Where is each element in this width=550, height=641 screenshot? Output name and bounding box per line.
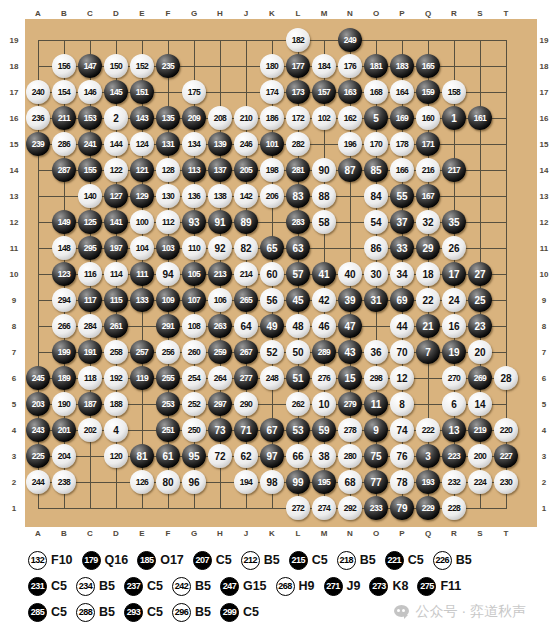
caption-move-point: O17 (160, 553, 184, 567)
caption-move-point: B5 (456, 553, 472, 567)
row-label-left: 1 (12, 504, 16, 513)
stone-black-281-L14: 281 (286, 158, 310, 182)
stone-black-125-C12: 125 (78, 210, 102, 234)
stone-black-105-G10: 105 (182, 262, 206, 286)
stone-white-94-F10: 94 (156, 262, 180, 286)
stone-white-228-R1: 228 (442, 496, 466, 520)
stone-white-252-G5: 252 (182, 392, 206, 416)
stone-white-86-O11: 86 (364, 236, 388, 260)
caption-move-point: C5 (216, 553, 232, 567)
stone-black-263-H8: 263 (208, 314, 232, 338)
stone-white-284-C8: 284 (78, 314, 102, 338)
caption-move-number: 275 (417, 577, 436, 596)
stone-white-74-P4: 74 (390, 418, 414, 442)
stone-black-59-M4: 59 (312, 418, 336, 442)
caption-move-number: 247 (220, 577, 239, 596)
col-label-bottom: M (321, 529, 328, 538)
stone-black-181-O18: 181 (364, 54, 388, 78)
stone-black-19-R7: 19 (442, 340, 466, 364)
stone-white-286-B15: 286 (52, 132, 76, 156)
stone-black-189-B6: 189 (52, 366, 76, 390)
caption-move-point: C5 (51, 579, 67, 593)
col-label-top: H (217, 9, 223, 18)
stone-white-58-M12: 58 (312, 210, 336, 234)
stone-black-169-P16: 169 (390, 106, 414, 130)
caption-entry: 234B5 (76, 577, 115, 596)
row-label-left: 13 (10, 192, 19, 201)
stone-black-47-N8: 47 (338, 314, 362, 338)
row-label-left: 15 (10, 140, 19, 149)
stone-black-227-T3: 227 (494, 444, 518, 468)
stone-black-69-P9: 69 (390, 288, 414, 312)
stone-white-88-M13: 88 (312, 184, 336, 208)
stone-black-75-O3: 75 (364, 444, 388, 468)
stone-white-176-N18: 176 (338, 54, 362, 78)
stone-white-136-G13: 136 (182, 184, 206, 208)
stone-black-121-E14: 121 (130, 158, 154, 182)
caption-entry: 231C5 (28, 577, 67, 596)
caption-entry: 296B5 (172, 603, 211, 622)
row-label-right: 4 (542, 426, 546, 435)
caption-move-number: 132 (28, 551, 47, 570)
caption-row-2: 231C5234B5237C5242B5247G15268H9271J9273K… (28, 573, 526, 599)
row-label-left: 14 (10, 166, 19, 175)
stone-white-168-O17: 168 (364, 80, 388, 104)
stone-black-165-Q18: 165 (416, 54, 440, 78)
stone-black-145-D17: 145 (104, 80, 128, 104)
row-label-left: 18 (10, 62, 19, 71)
stone-white-66-L3: 66 (286, 444, 310, 468)
caption-move-number: 212 (241, 551, 260, 570)
stone-white-126-E2: 126 (130, 470, 154, 494)
caption-move-number: 215 (289, 551, 308, 570)
stone-white-262-L5: 262 (286, 392, 310, 416)
caption-move-point: F10 (51, 553, 73, 567)
stone-black-177-L18: 177 (286, 54, 310, 78)
row-label-left: 8 (12, 322, 16, 331)
col-label-top: L (296, 9, 301, 18)
stone-white-96-G2: 96 (182, 470, 206, 494)
wechat-icon (394, 605, 410, 619)
stone-white-46-M8: 46 (312, 314, 336, 338)
stone-black-103-F11: 103 (156, 236, 180, 260)
stone-black-85-O14: 85 (364, 158, 388, 182)
col-label-bottom: P (399, 529, 404, 538)
col-label-bottom: F (166, 529, 171, 538)
stone-black-141-D12: 141 (104, 210, 128, 234)
stone-black-13-R4: 13 (442, 418, 466, 442)
stone-white-180-K18: 180 (260, 54, 284, 78)
stone-black-191-C7: 191 (78, 340, 102, 364)
stone-black-137-H14: 137 (208, 158, 232, 182)
row-label-right: 3 (542, 452, 546, 461)
stone-white-6-R5: 6 (442, 392, 466, 416)
stone-white-222-Q4: 222 (416, 418, 440, 442)
stone-white-172-L16: 172 (286, 106, 310, 130)
stone-white-90-M14: 90 (312, 158, 336, 182)
caption-move-point: C5 (51, 605, 67, 619)
stone-white-80-F2: 80 (156, 470, 180, 494)
stone-black-49-K8: 49 (260, 314, 284, 338)
stone-black-43-N7: 43 (338, 340, 362, 364)
stone-black-193-Q2: 193 (416, 470, 440, 494)
stone-white-124-E15: 124 (130, 132, 154, 156)
col-label-bottom: R (451, 529, 457, 538)
stone-black-201-B4: 201 (52, 418, 76, 442)
col-label-top: D (113, 9, 119, 18)
stone-black-65-K11: 65 (260, 236, 284, 260)
stone-black-243-A4: 243 (26, 418, 50, 442)
caption-entry: 268H9 (276, 577, 315, 596)
row-label-right: 14 (540, 166, 549, 175)
stone-black-31-O9: 31 (364, 288, 388, 312)
caption-move-number: 268 (276, 577, 295, 596)
stone-white-216-Q14: 216 (416, 158, 440, 182)
row-label-right: 12 (540, 218, 549, 227)
stone-white-156-B18: 156 (52, 54, 76, 78)
caption-move-point: B5 (99, 579, 115, 593)
stone-white-182-L19: 182 (286, 28, 310, 52)
stone-white-10-M5: 10 (312, 392, 336, 416)
caption-move-number: 296 (172, 603, 191, 622)
stone-white-120-D3: 120 (104, 444, 128, 468)
stone-white-280-N3: 280 (338, 444, 362, 468)
stone-black-199-B7: 199 (52, 340, 76, 364)
stone-black-257-E7: 257 (130, 340, 154, 364)
row-label-right: 7 (542, 348, 546, 357)
stone-white-36-O7: 36 (364, 340, 388, 364)
stone-black-279-N5: 279 (338, 392, 362, 416)
stone-black-133-E9: 133 (130, 288, 154, 312)
stone-white-298-O6: 298 (364, 366, 388, 390)
stone-white-140-C13: 140 (78, 184, 102, 208)
stone-white-34-P10: 34 (390, 262, 414, 286)
stone-black-39-N9: 39 (338, 288, 362, 312)
row-label-left: 7 (12, 348, 16, 357)
stone-white-76-P3: 76 (390, 444, 414, 468)
stone-white-148-B11: 148 (52, 236, 76, 260)
col-label-bottom: H (217, 529, 223, 538)
stone-black-129-E13: 129 (130, 184, 154, 208)
caption-move-number: 218 (337, 551, 356, 570)
stone-white-78-P2: 78 (390, 470, 414, 494)
stone-black-35-R12: 35 (442, 210, 466, 234)
stone-black-77-O2: 77 (364, 470, 388, 494)
stone-black-153-C16: 153 (78, 106, 102, 130)
col-label-top: P (399, 9, 404, 18)
stone-white-24-R9: 24 (442, 288, 466, 312)
col-label-bottom: K (269, 529, 275, 538)
caption-move-point: C5 (147, 605, 163, 619)
stone-black-253-F5: 253 (156, 392, 180, 416)
stone-white-152-E18: 152 (130, 54, 154, 78)
caption-entry: 285C5 (28, 603, 67, 622)
col-label-bottom: O (373, 529, 379, 538)
stone-black-225-A3: 225 (26, 444, 50, 468)
stone-black-155-C14: 155 (78, 158, 102, 182)
stone-black-223-R3: 223 (442, 444, 466, 468)
stone-black-115-D9: 115 (104, 288, 128, 312)
row-label-left: 11 (10, 244, 18, 253)
stone-black-25-S9: 25 (468, 288, 492, 312)
stone-black-297-H5: 297 (208, 392, 232, 416)
stone-black-149-B12: 149 (52, 210, 76, 234)
stone-white-244-A2: 244 (26, 470, 50, 494)
row-label-left: 3 (12, 452, 16, 461)
row-label-right: 9 (542, 296, 546, 305)
stone-black-93-G12: 93 (182, 210, 206, 234)
stone-white-266-B8: 266 (52, 314, 76, 338)
stone-white-154-B17: 154 (52, 80, 76, 104)
row-label-right: 15 (540, 140, 549, 149)
stone-white-270-R6: 270 (442, 366, 466, 390)
stone-white-194-J2: 194 (234, 470, 258, 494)
stone-black-63-L11: 63 (286, 236, 310, 260)
stone-white-204-B3: 204 (52, 444, 76, 468)
stone-black-295-C11: 295 (78, 236, 102, 260)
row-label-right: 13 (540, 192, 549, 201)
stone-black-157-M17: 157 (312, 80, 336, 104)
stone-black-111-E10: 111 (130, 262, 154, 286)
move-caption: 132F10179Q16185O17207C5212B5215C5218B522… (28, 547, 526, 625)
row-label-right: 8 (542, 322, 546, 331)
stone-white-258-D7: 258 (104, 340, 128, 364)
stone-black-7-Q7: 7 (416, 340, 440, 364)
stone-white-48-L8: 48 (286, 314, 310, 338)
row-label-left: 10 (10, 270, 19, 279)
stone-black-21-Q8: 21 (416, 314, 440, 338)
stone-black-113-G14: 113 (182, 158, 206, 182)
caption-move-point: B5 (360, 553, 376, 567)
stone-white-146-C17: 146 (78, 80, 102, 104)
caption-move-number: 273 (369, 577, 388, 596)
caption-entry: 226B5 (433, 551, 472, 570)
stone-black-73-H4: 73 (208, 418, 232, 442)
stone-black-147-C18: 147 (78, 54, 102, 78)
stone-white-232-R2: 232 (442, 470, 466, 494)
stone-black-15-N6: 15 (338, 366, 362, 390)
caption-move-point: Q16 (105, 553, 129, 567)
stone-white-276-M6: 276 (312, 366, 336, 390)
row-label-right: 19 (540, 36, 549, 45)
stone-white-16-R8: 16 (442, 314, 466, 338)
stone-black-171-Q15: 171 (416, 132, 440, 156)
stone-white-32-Q12: 32 (416, 210, 440, 234)
col-label-top: R (451, 9, 457, 18)
caption-move-point: B5 (195, 579, 211, 593)
stone-white-134-G15: 134 (182, 132, 206, 156)
stone-white-238-B2: 238 (52, 470, 76, 494)
caption-move-number: 271 (324, 577, 343, 596)
col-label-bottom: D (113, 529, 119, 538)
col-label-top: B (61, 9, 67, 18)
row-label-left: 6 (12, 374, 16, 383)
stone-white-72-H3: 72 (208, 444, 232, 468)
caption-move-number: 231 (28, 577, 47, 596)
stone-white-202-C4: 202 (78, 418, 102, 442)
caption-move-number: 237 (124, 577, 143, 596)
stone-black-261-D8: 261 (104, 314, 128, 338)
stone-white-274-M1: 274 (312, 496, 336, 520)
stone-white-250-G4: 250 (182, 418, 206, 442)
stone-black-151-E17: 151 (130, 80, 154, 104)
watermark: 公众号 · 弈道秋声 (394, 603, 526, 621)
stone-black-241-C15: 241 (78, 132, 102, 156)
col-label-bottom: Q (425, 529, 431, 538)
caption-move-point: C5 (147, 579, 163, 593)
stone-black-239-A15: 239 (26, 132, 50, 156)
stone-white-4-D4: 4 (104, 418, 128, 442)
col-label-top: K (269, 9, 275, 18)
stone-black-161-S16: 161 (468, 106, 492, 130)
stone-black-259-H7: 259 (208, 340, 232, 364)
stone-black-203-A5: 203 (26, 392, 50, 416)
stone-black-163-N17: 163 (338, 80, 362, 104)
stone-white-56-K9: 56 (260, 288, 284, 312)
caption-entry: 179Q16 (82, 551, 129, 570)
stone-black-197-D11: 197 (104, 236, 128, 260)
stone-white-282-L15: 282 (286, 132, 310, 156)
stone-black-79-P1: 79 (390, 496, 414, 520)
stone-white-186-K16: 186 (260, 106, 284, 130)
col-label-bottom: C (87, 529, 93, 538)
stone-black-213-H10: 213 (208, 262, 232, 286)
stone-black-219-S4: 219 (468, 418, 492, 442)
stone-white-164-P17: 164 (390, 80, 414, 104)
stone-black-277-J6: 277 (234, 366, 258, 390)
caption-move-point: K8 (392, 579, 408, 593)
stone-white-170-O15: 170 (364, 132, 388, 156)
row-label-left: 4 (12, 426, 16, 435)
caption-move-number: 226 (433, 551, 452, 570)
stone-white-40-N10: 40 (338, 262, 362, 286)
stone-white-224-S2: 224 (468, 470, 492, 494)
stone-black-159-Q17: 159 (416, 80, 440, 104)
stone-black-9-O4: 9 (364, 418, 388, 442)
stone-white-188-D5: 188 (104, 392, 128, 416)
caption-entry: 221C5 (385, 551, 424, 570)
stone-white-138-H13: 138 (208, 184, 232, 208)
stone-white-100-E12: 100 (130, 210, 154, 234)
row-label-left: 16 (10, 114, 19, 123)
stone-black-61-F3: 61 (156, 444, 180, 468)
stone-white-28-T6: 28 (494, 366, 518, 390)
stone-white-192-D6: 192 (104, 366, 128, 390)
stone-black-183-P18: 183 (390, 54, 414, 78)
stone-white-14-S5: 14 (468, 392, 492, 416)
col-label-bottom: B (61, 529, 67, 538)
stone-black-255-F6: 255 (156, 366, 180, 390)
stone-white-230-T2: 230 (494, 470, 518, 494)
col-label-top: J (244, 9, 248, 18)
stone-white-278-N4: 278 (338, 418, 362, 442)
stone-black-11-O5: 11 (364, 392, 388, 416)
stone-white-42-M9: 42 (312, 288, 336, 312)
stone-black-119-E6: 119 (130, 366, 154, 390)
stone-white-2-D16: 2 (104, 106, 128, 130)
col-label-top: N (347, 9, 353, 18)
stone-white-198-K14: 198 (260, 158, 284, 182)
stone-black-101-K15: 101 (260, 132, 284, 156)
stone-white-150-D18: 150 (104, 54, 128, 78)
stone-white-162-N16: 162 (338, 106, 362, 130)
stone-black-233-O1: 233 (364, 496, 388, 520)
stone-white-214-J10: 214 (234, 262, 258, 286)
col-label-top: A (35, 9, 41, 18)
stone-white-82-J11: 82 (234, 236, 258, 260)
stone-black-45-L9: 45 (286, 288, 310, 312)
row-label-right: 16 (540, 114, 549, 123)
stone-white-70-P7: 70 (390, 340, 414, 364)
col-label-top: T (504, 9, 509, 18)
stone-white-256-F7: 256 (156, 340, 180, 364)
caption-move-number: 285 (28, 603, 47, 622)
caption-move-number: 221 (385, 551, 404, 570)
stone-white-110-G11: 110 (182, 236, 206, 260)
stone-white-166-P14: 166 (390, 158, 414, 182)
col-label-top: G (191, 9, 197, 18)
stone-white-52-K7: 52 (260, 340, 284, 364)
row-label-left: 5 (12, 400, 16, 409)
stone-black-83-L13: 83 (286, 184, 310, 208)
caption-row-1: 132F10179Q16185O17207C5212B5215C5218B522… (28, 547, 526, 573)
col-label-top: O (373, 9, 379, 18)
stone-black-87-N14: 87 (338, 158, 362, 182)
stone-black-81-E3: 81 (130, 444, 154, 468)
caption-move-number: 299 (220, 603, 239, 622)
caption-row-3: 285C5288B5293C5296B5299C5公众号 · 弈道秋声 (28, 599, 526, 625)
stone-white-122-D14: 122 (104, 158, 128, 182)
caption-entry: 218B5 (337, 551, 376, 570)
stone-black-95-G3: 95 (182, 444, 206, 468)
stone-white-208-H16: 208 (208, 106, 232, 130)
stone-black-187-C5: 187 (78, 392, 102, 416)
col-label-bottom: A (35, 529, 41, 538)
row-label-right: 17 (540, 88, 549, 97)
stone-black-109-F9: 109 (156, 288, 180, 312)
stone-white-128-F14: 128 (156, 158, 180, 182)
stone-black-167-Q13: 167 (416, 184, 440, 208)
col-label-top: C (87, 9, 93, 18)
row-label-right: 6 (542, 374, 546, 383)
stone-black-195-M2: 195 (312, 470, 336, 494)
caption-move-point: B5 (195, 605, 211, 619)
caption-entry: 273K8 (369, 577, 408, 596)
stone-black-99-L2: 99 (286, 470, 310, 494)
stone-black-89-J12: 89 (234, 210, 258, 234)
stone-white-142-J13: 142 (234, 184, 258, 208)
caption-move-point: F11 (440, 579, 461, 593)
stone-white-26-R11: 26 (442, 236, 466, 260)
stone-black-91-H12: 91 (208, 210, 232, 234)
stone-white-64-J8: 64 (234, 314, 258, 338)
caption-move-number: 288 (76, 603, 95, 622)
stone-white-178-P15: 178 (390, 132, 414, 156)
stone-white-68-N2: 68 (338, 470, 362, 494)
stone-black-249-N19: 249 (338, 28, 362, 52)
stone-white-62-J3: 62 (234, 444, 258, 468)
caption-move-number: 185 (137, 551, 156, 570)
stone-black-287-B14: 287 (52, 158, 76, 182)
stone-black-117-C9: 117 (78, 288, 102, 312)
stone-white-200-S3: 200 (468, 444, 492, 468)
stone-black-67-K4: 67 (260, 418, 284, 442)
stone-black-37-P12: 37 (390, 210, 414, 234)
caption-entry: 132F10 (28, 551, 73, 570)
stone-white-206-K13: 206 (260, 184, 284, 208)
stone-white-246-J15: 246 (234, 132, 258, 156)
stone-black-245-A6: 245 (26, 366, 50, 390)
